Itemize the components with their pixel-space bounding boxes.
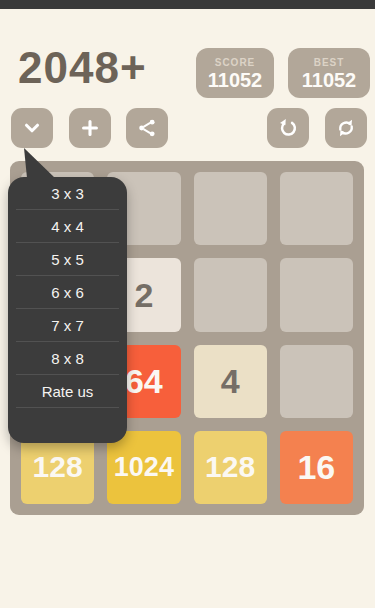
undo-button[interactable]: [267, 108, 309, 148]
new-game-button[interactable]: [69, 108, 111, 148]
menu-item-5-x-5[interactable]: 5 x 5: [16, 243, 119, 276]
best-value: 11052: [302, 70, 357, 90]
refresh-button[interactable]: [325, 108, 367, 148]
menu-item-3-x-3[interactable]: 3 x 3: [16, 177, 119, 210]
score-box: SCORE 11052: [196, 48, 274, 98]
page-title: 2048+: [18, 46, 147, 90]
grid-size-dropdown: 3 x 34 x 45 x 56 x 67 x 78 x 8Rate us: [8, 177, 127, 443]
cell-empty: [194, 258, 267, 331]
plus-icon: [79, 117, 101, 139]
share-icon: [136, 117, 158, 139]
tile-4: 4: [194, 345, 267, 418]
chevron-down-icon: [21, 117, 43, 139]
cell-empty: [280, 258, 353, 331]
menu-tail: [20, 147, 60, 179]
cell-empty: [280, 172, 353, 245]
status-bar: [0, 0, 375, 9]
refresh-icon: [335, 117, 357, 139]
best-label: BEST: [314, 57, 345, 68]
menu-item-rate-us[interactable]: Rate us: [16, 375, 119, 408]
undo-icon: [277, 117, 299, 139]
score-value: 11052: [208, 70, 263, 90]
menu-item-8-x-8[interactable]: 8 x 8: [16, 342, 119, 375]
tile-128: 128: [194, 431, 267, 504]
tile-1024: 1024: [107, 431, 180, 504]
best-box: BEST 11052: [288, 48, 370, 98]
cell-empty: [194, 172, 267, 245]
menu-item-7-x-7[interactable]: 7 x 7: [16, 309, 119, 342]
score-label: SCORE: [215, 57, 256, 68]
cell-empty: [280, 345, 353, 418]
share-button[interactable]: [126, 108, 168, 148]
grid-size-button[interactable]: [11, 108, 53, 148]
menu-item-6-x-6[interactable]: 6 x 6: [16, 276, 119, 309]
tile-16: 16: [280, 431, 353, 504]
menu-item-4-x-4[interactable]: 4 x 4: [16, 210, 119, 243]
